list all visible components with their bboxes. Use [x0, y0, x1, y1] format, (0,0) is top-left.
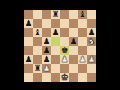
square-c4[interactable]: ♟ — [42, 46, 51, 55]
black-pawn-icon: ♟ — [88, 28, 96, 37]
square-d3[interactable] — [51, 55, 60, 64]
square-h3[interactable]: ♟ — [87, 55, 96, 64]
square-g1[interactable] — [78, 73, 87, 82]
white-pawn-icon: ♟ — [43, 64, 51, 73]
square-a1[interactable] — [24, 73, 33, 82]
square-f5[interactable]: ♟ — [69, 37, 78, 46]
square-c6[interactable] — [42, 28, 51, 37]
square-g4[interactable] — [78, 46, 87, 55]
square-h5[interactable]: ♞ — [87, 37, 96, 46]
square-f4[interactable] — [69, 46, 78, 55]
square-c1[interactable] — [42, 73, 51, 82]
square-a2[interactable] — [24, 64, 33, 73]
square-a6[interactable] — [24, 28, 33, 37]
square-h1[interactable] — [87, 73, 96, 82]
square-a8[interactable] — [24, 10, 33, 19]
square-d5[interactable] — [51, 37, 60, 46]
black-pawn-icon: ♟ — [25, 19, 33, 28]
black-bishop-icon: ♝ — [34, 28, 42, 37]
square-b3[interactable] — [33, 55, 42, 64]
square-e2[interactable] — [60, 64, 69, 73]
square-e1[interactable]: ♚ — [60, 73, 69, 82]
white-pawn-icon: ♟ — [79, 55, 87, 64]
square-c7[interactable] — [42, 19, 51, 28]
square-b1[interactable] — [33, 73, 42, 82]
square-e8[interactable] — [60, 10, 69, 19]
square-g3[interactable]: ♟ — [78, 55, 87, 64]
white-pawn-icon: ♟ — [88, 55, 96, 64]
square-e3[interactable]: ♟ — [60, 55, 69, 64]
square-d7[interactable] — [51, 19, 60, 28]
square-f7[interactable] — [69, 19, 78, 28]
square-a7[interactable]: ♟ — [24, 19, 33, 28]
square-e6[interactable] — [60, 28, 69, 37]
black-pawn-icon: ♟ — [43, 37, 51, 46]
square-d2[interactable] — [51, 64, 60, 73]
square-f2[interactable] — [69, 64, 78, 73]
square-g8[interactable]: ♝ — [78, 10, 87, 19]
square-e5[interactable] — [60, 37, 69, 46]
square-c3[interactable]: ♟ — [42, 55, 51, 64]
square-d6[interactable]: ♟ — [51, 28, 60, 37]
black-king-icon: ♚ — [61, 46, 69, 55]
square-b8[interactable] — [33, 10, 42, 19]
black-rook-icon: ♜ — [52, 10, 60, 19]
square-c8[interactable] — [42, 10, 51, 19]
white-knight-icon: ♞ — [88, 37, 96, 46]
square-b5[interactable] — [33, 37, 42, 46]
square-f1[interactable] — [69, 73, 78, 82]
square-h4[interactable] — [87, 46, 96, 55]
chess-board: ♜♝♟♝♟♟♟♟♞♟♚♟♟♟♟♟♜♟♚ — [24, 10, 96, 82]
square-g7[interactable] — [78, 19, 87, 28]
square-h7[interactable] — [87, 19, 96, 28]
black-pawn-icon: ♟ — [70, 37, 78, 46]
white-pawn-icon: ♟ — [61, 55, 69, 64]
black-pawn-icon: ♟ — [43, 55, 51, 64]
square-f6[interactable] — [69, 28, 78, 37]
square-h2[interactable] — [87, 64, 96, 73]
square-d4[interactable] — [51, 46, 60, 55]
black-rook-icon: ♜ — [34, 64, 42, 73]
black-bishop-icon: ♝ — [79, 10, 87, 19]
square-b2[interactable]: ♜ — [33, 64, 42, 73]
square-d1[interactable] — [51, 73, 60, 82]
square-a4[interactable] — [24, 46, 33, 55]
square-b4[interactable] — [33, 46, 42, 55]
square-d8[interactable]: ♜ — [51, 10, 60, 19]
black-pawn-icon: ♟ — [52, 28, 60, 37]
black-pawn-icon: ♟ — [25, 55, 33, 64]
square-h8[interactable] — [87, 10, 96, 19]
white-king-icon: ♚ — [61, 73, 69, 82]
black-pawn-icon: ♟ — [43, 46, 51, 55]
square-e7[interactable] — [60, 19, 69, 28]
square-f8[interactable] — [69, 10, 78, 19]
square-a5[interactable] — [24, 37, 33, 46]
square-f3[interactable] — [69, 55, 78, 64]
square-c2[interactable]: ♟ — [42, 64, 51, 73]
square-c5[interactable]: ♟ — [42, 37, 51, 46]
square-e4[interactable]: ♚ — [60, 46, 69, 55]
square-a3[interactable]: ♟ — [24, 55, 33, 64]
square-g2[interactable] — [78, 64, 87, 73]
square-h6[interactable]: ♟ — [87, 28, 96, 37]
screenshot-root: ♜♝♟♝♟♟♟♟♞♟♚♟♟♟♟♟♜♟♚ — [0, 0, 120, 90]
square-b6[interactable]: ♝ — [33, 28, 42, 37]
square-g5[interactable] — [78, 37, 87, 46]
square-g6[interactable] — [78, 28, 87, 37]
square-b7[interactable] — [33, 19, 42, 28]
